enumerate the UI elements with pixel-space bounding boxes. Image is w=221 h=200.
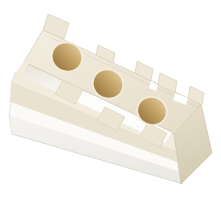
connector-block-illustration [0, 0, 221, 200]
photo-canvas [0, 0, 221, 200]
